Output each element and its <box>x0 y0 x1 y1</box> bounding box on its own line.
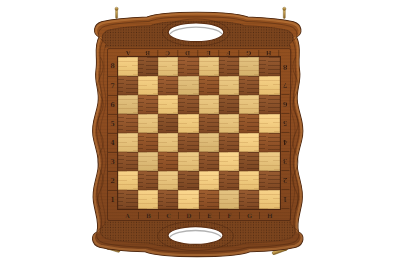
square-a8[interactable] <box>118 57 138 76</box>
rank-label-right-3: 3 <box>281 152 289 171</box>
rank-label-right-1: 1 <box>281 190 289 209</box>
square-g6[interactable] <box>239 95 259 114</box>
rank-label-right-5: 5 <box>281 114 289 133</box>
rank-label-left-3: 3 <box>108 152 116 171</box>
rank-label-left-2: 2 <box>108 171 116 190</box>
file-label-bottom-e: E <box>199 212 219 219</box>
square-d5[interactable] <box>178 114 198 133</box>
square-h8[interactable] <box>259 57 279 76</box>
rank-label-left-5: 5 <box>108 114 116 133</box>
square-c2[interactable] <box>158 171 178 190</box>
square-a6[interactable] <box>118 95 138 114</box>
square-e7[interactable] <box>199 76 219 95</box>
square-d8[interactable] <box>178 57 198 76</box>
square-b3[interactable] <box>138 152 158 171</box>
square-e1[interactable] <box>199 190 219 209</box>
square-d3[interactable] <box>178 152 198 171</box>
square-g3[interactable] <box>239 152 259 171</box>
file-label-bottom-h: H <box>259 212 279 219</box>
square-f1[interactable] <box>219 190 239 209</box>
square-a4[interactable] <box>118 133 138 152</box>
square-h2[interactable] <box>259 171 279 190</box>
square-d2[interactable] <box>178 171 198 190</box>
file-label-top-g: G <box>239 50 259 57</box>
square-b7[interactable] <box>138 76 158 95</box>
square-g5[interactable] <box>239 114 259 133</box>
square-c1[interactable] <box>158 190 178 209</box>
square-e4[interactable] <box>199 133 219 152</box>
square-d6[interactable] <box>178 95 198 114</box>
square-h3[interactable] <box>259 152 279 171</box>
square-d1[interactable] <box>178 190 198 209</box>
chess-case-photo: ABCDEFGH ABCDEFGH 87654321 87654321 <box>0 0 400 267</box>
square-e6[interactable] <box>199 95 219 114</box>
file-label-bottom-b: B <box>138 212 158 219</box>
square-c6[interactable] <box>158 95 178 114</box>
rank-label-left-8: 8 <box>108 57 116 76</box>
file-labels-bottom: ABCDEFGH <box>118 212 280 219</box>
square-g8[interactable] <box>239 57 259 76</box>
rank-label-right-7: 7 <box>281 76 289 95</box>
square-f8[interactable] <box>219 57 239 76</box>
square-g1[interactable] <box>239 190 259 209</box>
square-b1[interactable] <box>138 190 158 209</box>
square-a3[interactable] <box>118 152 138 171</box>
rank-label-left-1: 1 <box>108 190 116 209</box>
file-label-bottom-g: G <box>239 212 259 219</box>
square-c3[interactable] <box>158 152 178 171</box>
square-f6[interactable] <box>219 95 239 114</box>
square-g2[interactable] <box>239 171 259 190</box>
square-c7[interactable] <box>158 76 178 95</box>
square-c5[interactable] <box>158 114 178 133</box>
rank-label-left-4: 4 <box>108 133 116 152</box>
square-g4[interactable] <box>239 133 259 152</box>
rank-label-right-2: 2 <box>281 171 289 190</box>
square-c8[interactable] <box>158 57 178 76</box>
square-f7[interactable] <box>219 76 239 95</box>
square-e8[interactable] <box>199 57 219 76</box>
file-label-bottom-d: D <box>178 212 198 219</box>
square-e5[interactable] <box>199 114 219 133</box>
square-a7[interactable] <box>118 76 138 95</box>
top-handle <box>163 19 230 46</box>
file-label-bottom-f: F <box>219 212 239 219</box>
file-label-top-b: B <box>138 50 158 57</box>
rank-label-left-6: 6 <box>108 95 116 114</box>
square-b8[interactable] <box>138 57 158 76</box>
rank-label-right-8: 8 <box>281 57 289 76</box>
square-g7[interactable] <box>239 76 259 95</box>
square-b5[interactable] <box>138 114 158 133</box>
chess-board <box>118 57 280 209</box>
square-a5[interactable] <box>118 114 138 133</box>
rank-label-right-6: 6 <box>281 95 289 114</box>
square-e2[interactable] <box>199 171 219 190</box>
square-h5[interactable] <box>259 114 279 133</box>
file-label-bottom-c: C <box>158 212 178 219</box>
square-h4[interactable] <box>259 133 279 152</box>
square-h6[interactable] <box>259 95 279 114</box>
file-label-top-c: C <box>158 50 178 57</box>
square-c4[interactable] <box>158 133 178 152</box>
square-a1[interactable] <box>118 190 138 209</box>
file-label-top-e: E <box>199 50 219 57</box>
square-d4[interactable] <box>178 133 198 152</box>
file-label-bottom-a: A <box>118 212 138 219</box>
rank-labels-left: 87654321 <box>108 57 116 209</box>
square-e3[interactable] <box>199 152 219 171</box>
square-f3[interactable] <box>219 152 239 171</box>
file-label-top-a: A <box>118 50 138 57</box>
square-b4[interactable] <box>138 133 158 152</box>
file-label-top-h: H <box>259 50 279 57</box>
square-f5[interactable] <box>219 114 239 133</box>
square-f2[interactable] <box>219 171 239 190</box>
file-label-top-f: F <box>219 50 239 57</box>
file-label-top-d: D <box>178 50 198 57</box>
square-a2[interactable] <box>118 171 138 190</box>
square-b6[interactable] <box>138 95 158 114</box>
square-d7[interactable] <box>178 76 198 95</box>
square-f4[interactable] <box>219 133 239 152</box>
square-h1[interactable] <box>259 190 279 209</box>
rank-labels-right: 87654321 <box>281 57 289 209</box>
file-labels-top: ABCDEFGH <box>118 50 280 57</box>
square-h7[interactable] <box>259 76 279 95</box>
rank-label-right-4: 4 <box>281 133 289 152</box>
square-b2[interactable] <box>138 171 158 190</box>
rank-label-left-7: 7 <box>108 76 116 95</box>
